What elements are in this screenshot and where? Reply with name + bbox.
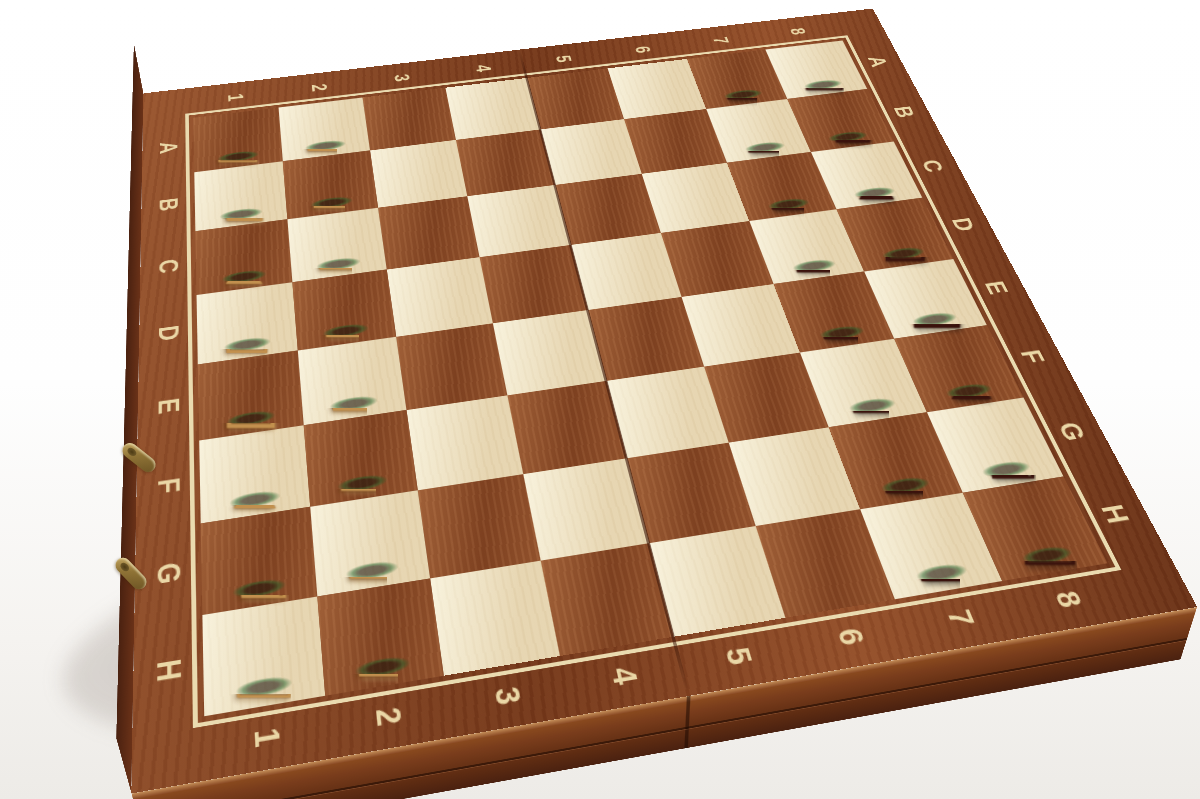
fold-seam-front [684,696,690,749]
square-e6[interactable] [682,284,800,367]
chess-set-photo: 12345678 12345678 ABCDEFGH ABCDEFGH ♜♟♟♜… [0,0,1200,799]
scene: 12345678 12345678 ABCDEFGH ABCDEFGH ♜♟♟♜… [0,0,1200,799]
piece-glyph: ♝ [214,433,295,523]
square-d4[interactable] [480,245,588,323]
rank-label-far-2: 2 [292,60,346,116]
square-g1[interactable]: ♞ [201,507,318,615]
square-h1[interactable]: ♜ [202,597,325,717]
chess-board: 12345678 12345678 ABCDEFGH ABCDEFGH ♜♟♟♜… [131,9,1197,794]
rank-label-far-4: 4 [454,42,513,96]
square-e7[interactable]: ♟ [774,271,895,352]
square-g8[interactable]: ♞ [927,397,1064,492]
board-squares: ♜♟♟♜♞♟♟♞♝♟♟♝♛♟♟♛♚♟♟♚♝♟♟♝♞♟♟♞♜♟♟♜ [193,40,1107,716]
square-c2[interactable]: ♟ [287,208,386,283]
square-h2[interactable]: ♟ [317,578,443,695]
piece-glyph: ♟ [323,352,386,422]
square-d3[interactable] [387,257,493,337]
square-f2[interactable]: ♟ [304,410,418,507]
square-f3[interactable] [406,395,523,490]
rank-label-far-1: 1 [210,70,262,127]
square-h3[interactable] [430,561,560,676]
rank-label-far-3: 3 [374,51,430,106]
square-f1[interactable]: ♝ [199,425,310,523]
